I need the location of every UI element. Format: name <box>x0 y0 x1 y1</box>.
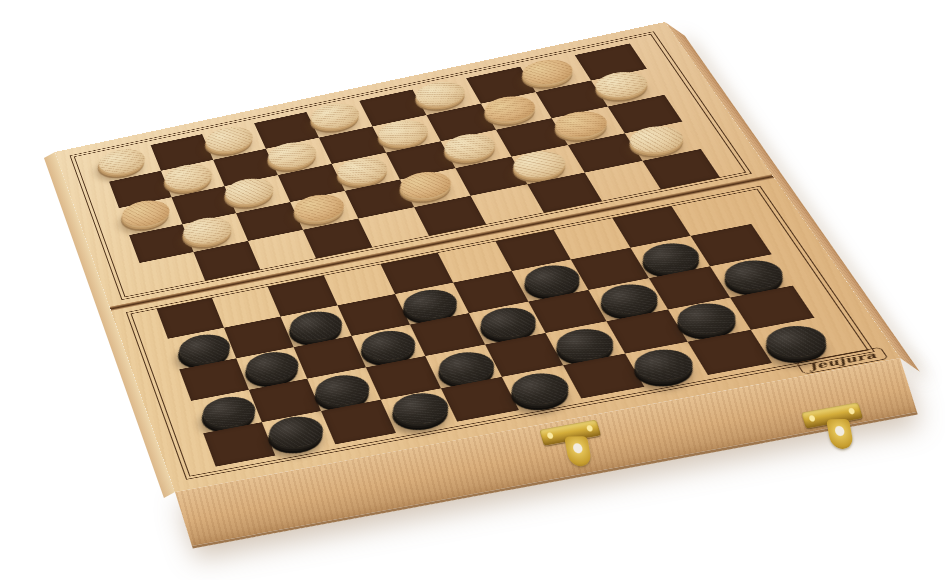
product-photo-scene: Jeujura <box>0 0 945 580</box>
brass-clasp-right <box>801 402 863 429</box>
clasp-pendant-icon <box>826 419 854 449</box>
clasp-pendant-icon <box>564 436 592 466</box>
brass-clasp-left <box>539 419 601 446</box>
